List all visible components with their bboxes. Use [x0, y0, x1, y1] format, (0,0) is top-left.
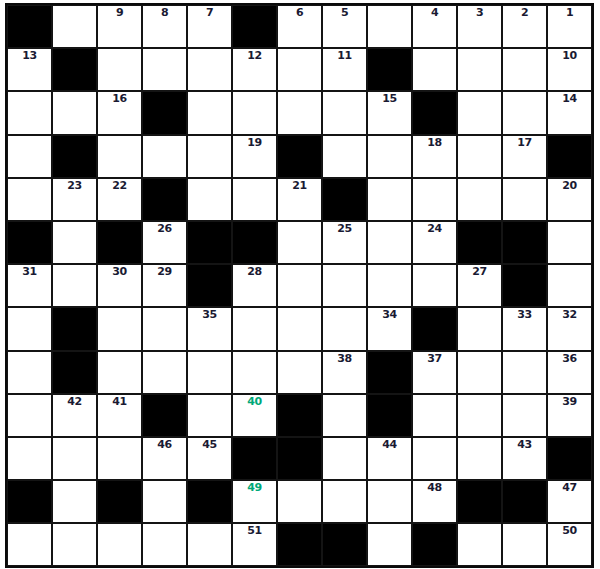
letter-cell[interactable] [322, 91, 367, 134]
letter-cell[interactable]: 31 [7, 264, 52, 307]
letter-cell[interactable]: 48 [412, 480, 457, 523]
block-cell [7, 5, 52, 48]
letter-cell[interactable] [142, 480, 187, 523]
letter-cell[interactable] [277, 351, 322, 394]
letter-cell[interactable] [367, 523, 412, 566]
letter-cell[interactable] [457, 135, 502, 178]
clue-number: 20 [548, 180, 591, 192]
clue-number: 12 [233, 50, 276, 62]
letter-cell[interactable]: 25 [322, 221, 367, 264]
letter-cell[interactable] [322, 480, 367, 523]
block-cell [142, 91, 187, 134]
clue-number: 19 [233, 137, 276, 149]
crossword-board: 9876543211312111016151419181723222120262… [5, 3, 594, 568]
letter-cell[interactable]: 16 [97, 91, 142, 134]
letter-cell[interactable] [412, 394, 457, 437]
clue-number: 3 [458, 7, 501, 19]
letter-cell[interactable]: 12 [232, 48, 277, 91]
letter-cell[interactable]: 46 [142, 437, 187, 480]
clue-number: 45 [188, 439, 231, 451]
letter-cell[interactable] [142, 135, 187, 178]
letter-cell[interactable] [142, 523, 187, 566]
block-cell [52, 48, 97, 91]
clue-number: 26 [143, 223, 186, 235]
letter-cell[interactable]: 7 [187, 5, 232, 48]
letter-cell[interactable]: 24 [412, 221, 457, 264]
letter-cell[interactable] [52, 480, 97, 523]
letter-cell[interactable] [187, 135, 232, 178]
letter-cell[interactable] [97, 307, 142, 350]
clue-number: 27 [458, 266, 501, 278]
letter-cell[interactable] [142, 48, 187, 91]
block-cell [52, 351, 97, 394]
letter-cell[interactable]: 8 [142, 5, 187, 48]
letter-cell[interactable]: 39 [547, 394, 592, 437]
letter-cell[interactable] [457, 48, 502, 91]
block-cell [7, 221, 52, 264]
letter-cell[interactable] [7, 178, 52, 221]
letter-cell[interactable]: 30 [97, 264, 142, 307]
letter-cell[interactable]: 1 [547, 5, 592, 48]
block-cell [97, 221, 142, 264]
clue-number: 48 [413, 482, 456, 494]
clue-number: 44 [368, 439, 411, 451]
letter-cell[interactable] [52, 91, 97, 134]
letter-cell[interactable] [502, 91, 547, 134]
letter-cell[interactable]: 14 [547, 91, 592, 134]
clue-number: 14 [548, 93, 591, 105]
letter-cell[interactable] [277, 91, 322, 134]
letter-cell[interactable] [412, 264, 457, 307]
letter-cell[interactable] [97, 523, 142, 566]
clue-number: 28 [233, 266, 276, 278]
letter-cell[interactable]: 15 [367, 91, 412, 134]
clue-number: 46 [143, 439, 186, 451]
letter-cell[interactable] [412, 48, 457, 91]
letter-cell[interactable]: 13 [7, 48, 52, 91]
block-cell [187, 264, 232, 307]
letter-cell[interactable] [412, 178, 457, 221]
clue-number: 33 [503, 309, 546, 321]
block-cell [277, 135, 322, 178]
letter-cell[interactable]: 6 [277, 5, 322, 48]
clue-number: 41 [98, 396, 141, 408]
letter-cell[interactable] [52, 523, 97, 566]
letter-cell[interactable] [547, 221, 592, 264]
block-cell [142, 394, 187, 437]
clue-number: 9 [98, 7, 141, 19]
clue-number: 23 [53, 180, 96, 192]
block-cell [457, 480, 502, 523]
block-cell [412, 523, 457, 566]
letter-cell[interactable]: 37 [412, 351, 457, 394]
clue-number: 31 [8, 266, 51, 278]
letter-cell[interactable]: 9 [97, 5, 142, 48]
letter-cell[interactable] [52, 221, 97, 264]
block-cell [547, 135, 592, 178]
letter-cell[interactable] [457, 523, 502, 566]
letter-cell[interactable] [457, 91, 502, 134]
letter-cell[interactable] [232, 178, 277, 221]
block-cell [52, 135, 97, 178]
block-cell [187, 221, 232, 264]
letter-cell[interactable] [187, 351, 232, 394]
letter-cell[interactable] [7, 523, 52, 566]
clue-number: 2 [503, 7, 546, 19]
block-cell [367, 394, 412, 437]
letter-cell[interactable] [232, 91, 277, 134]
letter-cell[interactable] [277, 48, 322, 91]
letter-cell[interactable]: 5 [322, 5, 367, 48]
letter-cell[interactable]: 35 [187, 307, 232, 350]
letter-cell[interactable]: 32 [547, 307, 592, 350]
letter-cell[interactable]: 50 [547, 523, 592, 566]
letter-cell[interactable] [367, 480, 412, 523]
letter-cell[interactable]: 23 [52, 178, 97, 221]
letter-cell[interactable] [367, 221, 412, 264]
clue-number: 1 [548, 7, 591, 19]
clue-number: 16 [98, 93, 141, 105]
clue-number: 18 [413, 137, 456, 149]
clue-number: 29 [143, 266, 186, 278]
letter-cell[interactable] [52, 5, 97, 48]
block-cell [277, 394, 322, 437]
letter-cell[interactable] [502, 178, 547, 221]
letter-cell[interactable]: 22 [97, 178, 142, 221]
block-cell [547, 437, 592, 480]
clue-number: 7 [188, 7, 231, 19]
clue-number: 32 [548, 309, 591, 321]
block-cell [457, 221, 502, 264]
clue-number: 6 [278, 7, 321, 19]
clue-number: 8 [143, 7, 186, 19]
clue-number: 39 [548, 396, 591, 408]
block-cell [277, 437, 322, 480]
letter-cell[interactable] [97, 351, 142, 394]
letter-cell[interactable] [142, 351, 187, 394]
clue-number: 50 [548, 525, 591, 537]
letter-cell[interactable]: 49 [232, 480, 277, 523]
clue-number: 22 [98, 180, 141, 192]
letter-cell[interactable]: 40 [232, 394, 277, 437]
letter-cell[interactable]: 21 [277, 178, 322, 221]
clue-number: 11 [323, 50, 366, 62]
clue-number: 15 [368, 93, 411, 105]
letter-cell[interactable] [457, 437, 502, 480]
letter-cell[interactable] [277, 307, 322, 350]
letter-cell[interactable]: 11 [322, 48, 367, 91]
clue-number: 38 [323, 353, 366, 365]
letter-cell[interactable] [457, 351, 502, 394]
letter-cell[interactable] [322, 394, 367, 437]
letter-cell[interactable]: 26 [142, 221, 187, 264]
clue-number: 40 [233, 396, 276, 408]
block-cell [232, 221, 277, 264]
letter-cell[interactable]: 44 [367, 437, 412, 480]
block-cell [367, 48, 412, 91]
letter-cell[interactable]: 47 [547, 480, 592, 523]
letter-cell[interactable] [7, 351, 52, 394]
letter-cell[interactable]: 4 [412, 5, 457, 48]
letter-cell[interactable] [502, 48, 547, 91]
letter-cell[interactable]: 29 [142, 264, 187, 307]
letter-cell[interactable]: 45 [187, 437, 232, 480]
letter-cell[interactable]: 17 [502, 135, 547, 178]
clue-number: 21 [278, 180, 321, 192]
letter-cell[interactable] [187, 523, 232, 566]
letter-cell[interactable]: 2 [502, 5, 547, 48]
letter-cell[interactable] [7, 437, 52, 480]
letter-cell[interactable]: 18 [412, 135, 457, 178]
letter-cell[interactable] [187, 178, 232, 221]
letter-cell[interactable] [7, 135, 52, 178]
letter-cell[interactable] [52, 437, 97, 480]
letter-cell[interactable] [322, 437, 367, 480]
clue-number: 10 [548, 50, 591, 62]
clue-number: 13 [8, 50, 51, 62]
block-cell [502, 221, 547, 264]
letter-cell[interactable] [322, 307, 367, 350]
block-cell [142, 178, 187, 221]
letter-cell[interactable] [367, 135, 412, 178]
clue-number: 36 [548, 353, 591, 365]
letter-cell[interactable] [97, 48, 142, 91]
clue-number: 25 [323, 223, 366, 235]
letter-cell[interactable] [502, 351, 547, 394]
clue-number: 47 [548, 482, 591, 494]
clue-number: 30 [98, 266, 141, 278]
clue-number: 34 [368, 309, 411, 321]
letter-cell[interactable] [412, 437, 457, 480]
letter-cell[interactable] [232, 351, 277, 394]
block-cell [187, 480, 232, 523]
letter-cell[interactable] [502, 394, 547, 437]
letter-cell[interactable] [187, 394, 232, 437]
block-cell [232, 5, 277, 48]
letter-cell[interactable] [7, 394, 52, 437]
letter-cell[interactable] [322, 135, 367, 178]
letter-cell[interactable]: 10 [547, 48, 592, 91]
clue-number: 43 [503, 439, 546, 451]
letter-cell[interactable]: 3 [457, 5, 502, 48]
block-cell [502, 264, 547, 307]
letter-cell[interactable] [187, 48, 232, 91]
block-cell [232, 437, 277, 480]
letter-cell[interactable]: 51 [232, 523, 277, 566]
letter-cell[interactable] [97, 135, 142, 178]
letter-cell[interactable] [322, 264, 367, 307]
block-cell [322, 523, 367, 566]
letter-cell[interactable]: 33 [502, 307, 547, 350]
letter-cell[interactable] [277, 221, 322, 264]
clue-number: 51 [233, 525, 276, 537]
letter-cell[interactable]: 27 [457, 264, 502, 307]
block-cell [277, 523, 322, 566]
block-cell [367, 351, 412, 394]
block-cell [97, 480, 142, 523]
letter-cell[interactable]: 34 [367, 307, 412, 350]
letter-cell[interactable]: 36 [547, 351, 592, 394]
letter-cell[interactable] [187, 91, 232, 134]
block-cell [52, 307, 97, 350]
clue-number: 37 [413, 353, 456, 365]
letter-cell[interactable] [7, 91, 52, 134]
letter-cell[interactable]: 19 [232, 135, 277, 178]
block-cell [412, 307, 457, 350]
letter-cell[interactable] [142, 307, 187, 350]
letter-cell[interactable] [367, 5, 412, 48]
letter-cell[interactable]: 42 [52, 394, 97, 437]
clue-number: 49 [233, 482, 276, 494]
clue-number: 4 [413, 7, 456, 19]
letter-cell[interactable] [457, 178, 502, 221]
clue-number: 35 [188, 309, 231, 321]
clue-number: 42 [53, 396, 96, 408]
letter-cell[interactable] [457, 394, 502, 437]
letter-cell[interactable] [277, 264, 322, 307]
letter-cell[interactable] [97, 437, 142, 480]
letter-cell[interactable]: 20 [547, 178, 592, 221]
letter-cell[interactable] [367, 178, 412, 221]
letter-cell[interactable] [52, 264, 97, 307]
letter-cell[interactable] [547, 264, 592, 307]
letter-cell[interactable]: 38 [322, 351, 367, 394]
letter-cell[interactable]: 41 [97, 394, 142, 437]
block-cell [502, 480, 547, 523]
clue-number: 5 [323, 7, 366, 19]
letter-cell[interactable]: 43 [502, 437, 547, 480]
letter-cell[interactable]: 28 [232, 264, 277, 307]
letter-cell[interactable] [232, 307, 277, 350]
block-cell [322, 178, 367, 221]
clue-number: 17 [503, 137, 546, 149]
letter-cell[interactable] [277, 480, 322, 523]
letter-cell[interactable] [7, 307, 52, 350]
block-cell [412, 91, 457, 134]
clue-number: 24 [413, 223, 456, 235]
letter-cell[interactable] [367, 264, 412, 307]
letter-cell[interactable] [502, 523, 547, 566]
letter-cell[interactable] [457, 307, 502, 350]
block-cell [7, 480, 52, 523]
